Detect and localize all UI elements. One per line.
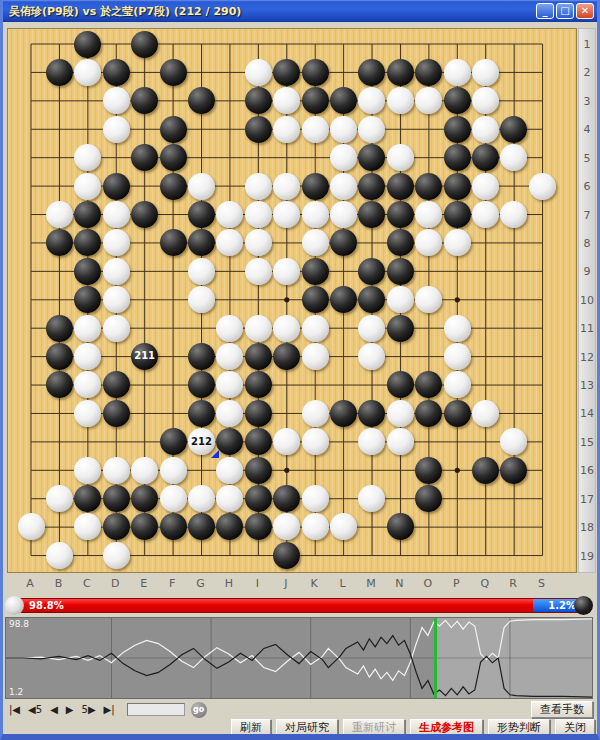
board-point-E15[interactable] [130, 427, 158, 455]
board-point-P18[interactable] [443, 513, 471, 541]
board-point-G6[interactable] [187, 172, 215, 200]
board-point-G16[interactable] [187, 456, 215, 484]
board-point-D19[interactable] [102, 541, 130, 569]
board-point-H7[interactable] [216, 200, 244, 228]
board-point-I12[interactable] [244, 342, 272, 370]
board-point-H5[interactable] [216, 143, 244, 171]
board-point-N6[interactable] [386, 172, 414, 200]
board-point-A15[interactable] [17, 427, 45, 455]
board-point-C9[interactable] [74, 257, 102, 285]
board-point-O16[interactable] [414, 456, 442, 484]
board-point-M10[interactable] [358, 285, 386, 313]
board-point-D14[interactable] [102, 399, 130, 427]
board-point-G17[interactable] [187, 484, 215, 512]
board-point-P5[interactable] [443, 143, 471, 171]
board-point-P16[interactable] [443, 456, 471, 484]
board-point-F19[interactable] [159, 541, 187, 569]
board-point-I2[interactable] [244, 58, 272, 86]
board-point-P14[interactable] [443, 399, 471, 427]
board-point-G13[interactable] [187, 371, 215, 399]
board-point-C2[interactable] [74, 58, 102, 86]
board-point-F16[interactable] [159, 456, 187, 484]
board-point-J17[interactable] [272, 484, 300, 512]
board-point-J1[interactable] [272, 30, 300, 58]
board-point-A9[interactable] [17, 257, 45, 285]
board-point-B19[interactable] [45, 541, 73, 569]
board-point-B8[interactable] [45, 229, 73, 257]
board-point-F15[interactable] [159, 427, 187, 455]
board-point-D16[interactable] [102, 456, 130, 484]
board-point-N17[interactable] [386, 484, 414, 512]
board-point-F12[interactable] [159, 342, 187, 370]
board-point-D15[interactable] [102, 427, 130, 455]
board-point-Q2[interactable] [471, 58, 499, 86]
board-point-R3[interactable] [500, 87, 528, 115]
board-point-M14[interactable] [358, 399, 386, 427]
board-point-J9[interactable] [272, 257, 300, 285]
board-point-R15[interactable] [500, 427, 528, 455]
board-point-R19[interactable] [500, 541, 528, 569]
board-point-D5[interactable] [102, 143, 130, 171]
board-point-L9[interactable] [329, 257, 357, 285]
board-point-K9[interactable] [301, 257, 329, 285]
board-point-G1[interactable] [187, 30, 215, 58]
board-point-R18[interactable] [500, 513, 528, 541]
go-button[interactable]: go [191, 702, 207, 718]
board-point-F8[interactable] [159, 229, 187, 257]
board-point-S10[interactable] [528, 285, 556, 313]
view-moves-button[interactable]: 查看手数 [531, 701, 593, 718]
board-point-P15[interactable] [443, 427, 471, 455]
board-point-E3[interactable] [130, 87, 158, 115]
board-point-R17[interactable] [500, 484, 528, 512]
board-point-P9[interactable] [443, 257, 471, 285]
board-point-P11[interactable] [443, 314, 471, 342]
board-point-R16[interactable] [500, 456, 528, 484]
board-point-L1[interactable] [329, 30, 357, 58]
board-point-I18[interactable] [244, 513, 272, 541]
board-point-S6[interactable] [528, 172, 556, 200]
board-point-H2[interactable] [216, 58, 244, 86]
board-point-J12[interactable] [272, 342, 300, 370]
board-point-G10[interactable] [187, 285, 215, 313]
board-point-N3[interactable] [386, 87, 414, 115]
board-point-P12[interactable] [443, 342, 471, 370]
board-point-N12[interactable] [386, 342, 414, 370]
board-point-F4[interactable] [159, 115, 187, 143]
board-point-L13[interactable] [329, 371, 357, 399]
board-point-Q19[interactable] [471, 541, 499, 569]
board-point-E9[interactable] [130, 257, 158, 285]
situation-judgement-button[interactable]: 形势判断 [488, 719, 550, 736]
board-point-L15[interactable] [329, 427, 357, 455]
board-point-R10[interactable] [500, 285, 528, 313]
board-point-O8[interactable] [414, 229, 442, 257]
board-point-C18[interactable] [74, 513, 102, 541]
board-point-P13[interactable] [443, 371, 471, 399]
board-point-Q14[interactable] [471, 399, 499, 427]
board-point-C17[interactable] [74, 484, 102, 512]
board-point-L8[interactable] [329, 229, 357, 257]
board-point-H16[interactable] [216, 456, 244, 484]
board-point-S9[interactable] [528, 257, 556, 285]
board-point-I10[interactable] [244, 285, 272, 313]
board-point-N13[interactable] [386, 371, 414, 399]
board-point-P7[interactable] [443, 200, 471, 228]
board-point-E8[interactable] [130, 229, 158, 257]
board-point-L2[interactable] [329, 58, 357, 86]
board-point-P6[interactable] [443, 172, 471, 200]
board-point-O3[interactable] [414, 87, 442, 115]
board-point-E12[interactable]: 211 [130, 342, 158, 370]
go-board[interactable]: 211212 [7, 28, 577, 573]
board-point-M13[interactable] [358, 371, 386, 399]
board-point-I8[interactable] [244, 229, 272, 257]
board-point-F2[interactable] [159, 58, 187, 86]
board-point-S16[interactable] [528, 456, 556, 484]
board-point-O13[interactable] [414, 371, 442, 399]
board-point-E19[interactable] [130, 541, 158, 569]
winrate-history-graph[interactable]: 98.8 1.2 [5, 617, 593, 699]
board-point-A12[interactable] [17, 342, 45, 370]
board-point-H18[interactable] [216, 513, 244, 541]
board-point-C4[interactable] [74, 115, 102, 143]
board-point-N14[interactable] [386, 399, 414, 427]
board-point-D6[interactable] [102, 172, 130, 200]
board-point-O2[interactable] [414, 58, 442, 86]
board-point-N18[interactable] [386, 513, 414, 541]
board-point-D8[interactable] [102, 229, 130, 257]
board-point-C7[interactable] [74, 200, 102, 228]
board-point-I11[interactable] [244, 314, 272, 342]
board-point-E13[interactable] [130, 371, 158, 399]
board-point-B6[interactable] [45, 172, 73, 200]
board-point-K13[interactable] [301, 371, 329, 399]
board-point-B11[interactable] [45, 314, 73, 342]
board-point-M12[interactable] [358, 342, 386, 370]
board-point-S19[interactable] [528, 541, 556, 569]
board-point-E16[interactable] [130, 456, 158, 484]
board-point-F1[interactable] [159, 30, 187, 58]
board-point-O6[interactable] [414, 172, 442, 200]
board-point-J10[interactable] [272, 285, 300, 313]
board-point-E4[interactable] [130, 115, 158, 143]
board-point-R13[interactable] [500, 371, 528, 399]
board-point-C19[interactable] [74, 541, 102, 569]
board-point-H13[interactable] [216, 371, 244, 399]
board-point-C16[interactable] [74, 456, 102, 484]
board-point-A4[interactable] [17, 115, 45, 143]
board-point-J11[interactable] [272, 314, 300, 342]
board-point-K7[interactable] [301, 200, 329, 228]
board-point-G5[interactable] [187, 143, 215, 171]
board-point-L19[interactable] [329, 541, 357, 569]
board-point-N4[interactable] [386, 115, 414, 143]
board-point-F13[interactable] [159, 371, 187, 399]
board-point-R14[interactable] [500, 399, 528, 427]
board-point-P8[interactable] [443, 229, 471, 257]
board-point-O4[interactable] [414, 115, 442, 143]
board-point-O18[interactable] [414, 513, 442, 541]
board-point-M1[interactable] [358, 30, 386, 58]
board-point-D12[interactable] [102, 342, 130, 370]
last-move-button[interactable]: ▶| [100, 702, 119, 717]
board-point-A17[interactable] [17, 484, 45, 512]
board-point-S14[interactable] [528, 399, 556, 427]
board-point-L7[interactable] [329, 200, 357, 228]
board-point-D7[interactable] [102, 200, 130, 228]
board-point-H11[interactable] [216, 314, 244, 342]
board-point-A1[interactable] [17, 30, 45, 58]
board-point-S2[interactable] [528, 58, 556, 86]
board-point-R7[interactable] [500, 200, 528, 228]
board-point-Q1[interactable] [471, 30, 499, 58]
board-point-I16[interactable] [244, 456, 272, 484]
board-point-F11[interactable] [159, 314, 187, 342]
board-point-N5[interactable] [386, 143, 414, 171]
board-point-Q12[interactable] [471, 342, 499, 370]
board-point-B18[interactable] [45, 513, 73, 541]
board-point-S13[interactable] [528, 371, 556, 399]
board-point-C12[interactable] [74, 342, 102, 370]
board-point-R9[interactable] [500, 257, 528, 285]
board-point-I17[interactable] [244, 484, 272, 512]
board-point-H6[interactable] [216, 172, 244, 200]
board-point-Q9[interactable] [471, 257, 499, 285]
board-point-H9[interactable] [216, 257, 244, 285]
board-point-J18[interactable] [272, 513, 300, 541]
board-point-A14[interactable] [17, 399, 45, 427]
board-point-R2[interactable] [500, 58, 528, 86]
board-point-L16[interactable] [329, 456, 357, 484]
board-point-Q17[interactable] [471, 484, 499, 512]
board-point-F10[interactable] [159, 285, 187, 313]
board-point-R1[interactable] [500, 30, 528, 58]
board-point-I13[interactable] [244, 371, 272, 399]
board-point-L17[interactable] [329, 484, 357, 512]
board-point-B4[interactable] [45, 115, 73, 143]
board-point-K2[interactable] [301, 58, 329, 86]
board-point-D2[interactable] [102, 58, 130, 86]
board-point-L4[interactable] [329, 115, 357, 143]
board-point-J7[interactable] [272, 200, 300, 228]
board-point-M15[interactable] [358, 427, 386, 455]
board-point-D10[interactable] [102, 285, 130, 313]
board-point-C1[interactable] [74, 30, 102, 58]
board-point-K11[interactable] [301, 314, 329, 342]
board-point-L10[interactable] [329, 285, 357, 313]
board-point-F18[interactable] [159, 513, 187, 541]
board-point-O7[interactable] [414, 200, 442, 228]
board-point-D3[interactable] [102, 87, 130, 115]
move-number-input[interactable] [127, 703, 185, 716]
board-point-E2[interactable] [130, 58, 158, 86]
board-point-K14[interactable] [301, 399, 329, 427]
board-point-N1[interactable] [386, 30, 414, 58]
board-point-F6[interactable] [159, 172, 187, 200]
board-point-F5[interactable] [159, 143, 187, 171]
board-point-N7[interactable] [386, 200, 414, 228]
board-point-P4[interactable] [443, 115, 471, 143]
board-point-C3[interactable] [74, 87, 102, 115]
board-point-K4[interactable] [301, 115, 329, 143]
board-point-B3[interactable] [45, 87, 73, 115]
board-point-B13[interactable] [45, 371, 73, 399]
board-point-R12[interactable] [500, 342, 528, 370]
board-point-G11[interactable] [187, 314, 215, 342]
board-point-H14[interactable] [216, 399, 244, 427]
board-point-E14[interactable] [130, 399, 158, 427]
board-point-A10[interactable] [17, 285, 45, 313]
board-point-R6[interactable] [500, 172, 528, 200]
board-point-B14[interactable] [45, 399, 73, 427]
board-point-B17[interactable] [45, 484, 73, 512]
board-point-O19[interactable] [414, 541, 442, 569]
board-point-B5[interactable] [45, 143, 73, 171]
board-point-M3[interactable] [358, 87, 386, 115]
board-point-Q16[interactable] [471, 456, 499, 484]
board-point-O15[interactable] [414, 427, 442, 455]
board-point-I7[interactable] [244, 200, 272, 228]
first-move-button[interactable]: |◀ [5, 702, 24, 717]
board-point-G18[interactable] [187, 513, 215, 541]
board-point-Q18[interactable] [471, 513, 499, 541]
board-point-S8[interactable] [528, 229, 556, 257]
board-point-C14[interactable] [74, 399, 102, 427]
board-point-C15[interactable] [74, 427, 102, 455]
board-point-I5[interactable] [244, 143, 272, 171]
board-point-R5[interactable] [500, 143, 528, 171]
board-point-N10[interactable] [386, 285, 414, 313]
board-point-S12[interactable] [528, 342, 556, 370]
board-point-C11[interactable] [74, 314, 102, 342]
board-point-K8[interactable] [301, 229, 329, 257]
board-point-G9[interactable] [187, 257, 215, 285]
board-point-D13[interactable] [102, 371, 130, 399]
board-point-Q4[interactable] [471, 115, 499, 143]
board-point-G15[interactable]: 212 [187, 427, 215, 455]
game-research-button[interactable]: 对局研究 [276, 719, 338, 736]
board-point-S18[interactable] [528, 513, 556, 541]
board-point-M7[interactable] [358, 200, 386, 228]
board-point-J13[interactable] [272, 371, 300, 399]
board-point-D17[interactable] [102, 484, 130, 512]
board-point-M2[interactable] [358, 58, 386, 86]
board-point-G19[interactable] [187, 541, 215, 569]
board-point-H8[interactable] [216, 229, 244, 257]
board-point-Q10[interactable] [471, 285, 499, 313]
board-point-S7[interactable] [528, 200, 556, 228]
board-point-N16[interactable] [386, 456, 414, 484]
board-point-A18[interactable] [17, 513, 45, 541]
board-point-A13[interactable] [17, 371, 45, 399]
board-point-I3[interactable] [244, 87, 272, 115]
board-point-R11[interactable] [500, 314, 528, 342]
board-point-H4[interactable] [216, 115, 244, 143]
board-point-M19[interactable] [358, 541, 386, 569]
board-point-F9[interactable] [159, 257, 187, 285]
board-point-H19[interactable] [216, 541, 244, 569]
back-1-button[interactable]: ◀ [46, 702, 62, 717]
board-point-H12[interactable] [216, 342, 244, 370]
board-point-J16[interactable] [272, 456, 300, 484]
board-point-I6[interactable] [244, 172, 272, 200]
board-point-N9[interactable] [386, 257, 414, 285]
board-point-F17[interactable] [159, 484, 187, 512]
board-point-O1[interactable] [414, 30, 442, 58]
generate-reference-button[interactable]: 生成参考图 [410, 719, 483, 736]
board-point-S5[interactable] [528, 143, 556, 171]
board-point-B12[interactable] [45, 342, 73, 370]
minimize-button[interactable]: _ [536, 3, 554, 19]
board-point-S11[interactable] [528, 314, 556, 342]
board-point-N11[interactable] [386, 314, 414, 342]
board-point-M9[interactable] [358, 257, 386, 285]
board-point-E6[interactable] [130, 172, 158, 200]
board-point-E1[interactable] [130, 30, 158, 58]
board-point-J3[interactable] [272, 87, 300, 115]
board-point-M18[interactable] [358, 513, 386, 541]
board-point-A8[interactable] [17, 229, 45, 257]
board-point-O9[interactable] [414, 257, 442, 285]
board-point-B1[interactable] [45, 30, 73, 58]
board-point-A7[interactable] [17, 200, 45, 228]
board-point-G4[interactable] [187, 115, 215, 143]
board-point-H3[interactable] [216, 87, 244, 115]
board-point-M11[interactable] [358, 314, 386, 342]
close-button[interactable]: ✕ [576, 3, 594, 19]
board-point-O12[interactable] [414, 342, 442, 370]
board-point-Q7[interactable] [471, 200, 499, 228]
board-point-Q3[interactable] [471, 87, 499, 115]
board-point-O17[interactable] [414, 484, 442, 512]
board-point-K10[interactable] [301, 285, 329, 313]
board-point-D18[interactable] [102, 513, 130, 541]
board-point-M5[interactable] [358, 143, 386, 171]
board-point-E17[interactable] [130, 484, 158, 512]
back-5-button[interactable]: ◀5 [24, 702, 46, 717]
board-point-D1[interactable] [102, 30, 130, 58]
board-point-P17[interactable] [443, 484, 471, 512]
board-point-M6[interactable] [358, 172, 386, 200]
board-point-I9[interactable] [244, 257, 272, 285]
board-point-A16[interactable] [17, 456, 45, 484]
board-point-N8[interactable] [386, 229, 414, 257]
board-point-H17[interactable] [216, 484, 244, 512]
board-point-I14[interactable] [244, 399, 272, 427]
board-point-P2[interactable] [443, 58, 471, 86]
board-point-S17[interactable] [528, 484, 556, 512]
board-point-G8[interactable] [187, 229, 215, 257]
board-point-B2[interactable] [45, 58, 73, 86]
board-point-K1[interactable] [301, 30, 329, 58]
board-point-K6[interactable] [301, 172, 329, 200]
board-point-C6[interactable] [74, 172, 102, 200]
board-point-G7[interactable] [187, 200, 215, 228]
board-point-I1[interactable] [244, 30, 272, 58]
board-point-Q11[interactable] [471, 314, 499, 342]
board-point-I15[interactable] [244, 427, 272, 455]
board-point-J5[interactable] [272, 143, 300, 171]
board-point-F14[interactable] [159, 399, 187, 427]
board-point-J6[interactable] [272, 172, 300, 200]
board-point-S1[interactable] [528, 30, 556, 58]
close-panel-button[interactable]: 关闭 [555, 719, 595, 736]
board-point-M4[interactable] [358, 115, 386, 143]
board-point-S15[interactable] [528, 427, 556, 455]
board-point-K17[interactable] [301, 484, 329, 512]
forward-5-button[interactable]: 5▶ [78, 702, 100, 717]
